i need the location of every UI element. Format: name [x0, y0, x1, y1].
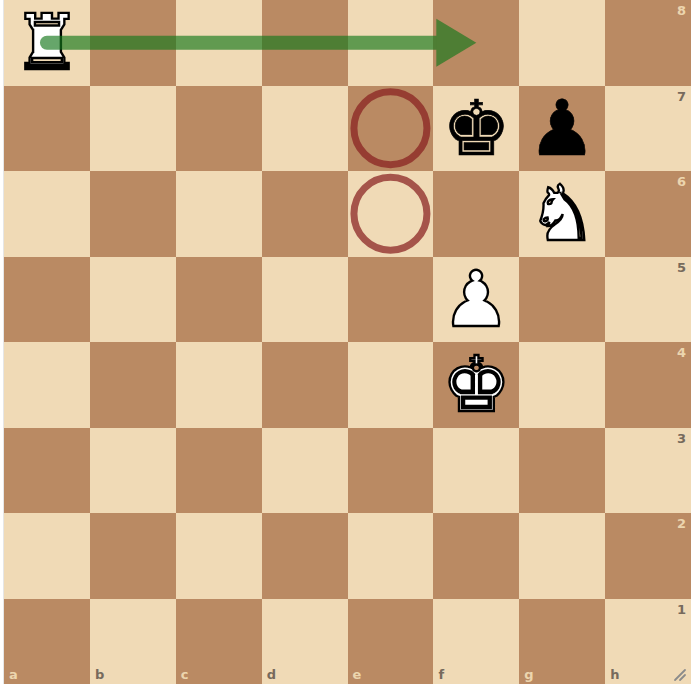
square-d3[interactable] [262, 428, 348, 514]
square-d4[interactable] [262, 342, 348, 428]
square-h5[interactable]: 5 [605, 257, 691, 343]
square-g7[interactable]: ♟ [519, 86, 605, 172]
square-a2[interactable] [4, 513, 90, 599]
square-b7[interactable] [90, 86, 176, 172]
coord-rank-6: 6 [677, 175, 686, 188]
square-c6[interactable] [176, 171, 262, 257]
square-d8[interactable] [262, 0, 348, 86]
square-g8[interactable] [519, 0, 605, 86]
piece-white-pawn[interactable]: ♟ [442, 261, 511, 338]
square-h6[interactable]: 6 [605, 171, 691, 257]
square-b8[interactable] [90, 0, 176, 86]
square-f5[interactable]: ♟ [433, 257, 519, 343]
square-a3[interactable] [4, 428, 90, 514]
piece-white-king[interactable]: ♚ [442, 346, 511, 423]
square-c5[interactable] [176, 257, 262, 343]
piece-white-knight[interactable]: ♞ [528, 175, 597, 252]
square-e4[interactable] [348, 342, 434, 428]
square-b1[interactable]: b [90, 599, 176, 685]
square-b3[interactable] [90, 428, 176, 514]
square-c4[interactable] [176, 342, 262, 428]
square-d1[interactable]: d [262, 599, 348, 685]
square-g2[interactable] [519, 513, 605, 599]
coord-rank-2: 2 [677, 517, 686, 530]
piece-black-king[interactable]: ♚ [442, 90, 511, 167]
square-h7[interactable]: 7 [605, 86, 691, 172]
square-a6[interactable] [4, 171, 90, 257]
square-b6[interactable] [90, 171, 176, 257]
coord-file-b: b [95, 668, 104, 681]
square-g6[interactable]: ♞ [519, 171, 605, 257]
coord-rank-1: 1 [677, 603, 686, 616]
square-e1[interactable]: e [348, 599, 434, 685]
coord-file-f: f [438, 668, 444, 681]
square-d6[interactable] [262, 171, 348, 257]
square-c1[interactable]: c [176, 599, 262, 685]
coord-file-h: h [610, 668, 619, 681]
square-b4[interactable] [90, 342, 176, 428]
square-d2[interactable] [262, 513, 348, 599]
square-d7[interactable] [262, 86, 348, 172]
square-g3[interactable] [519, 428, 605, 514]
square-a1[interactable]: a [4, 599, 90, 685]
square-c7[interactable] [176, 86, 262, 172]
coord-rank-3: 3 [677, 432, 686, 445]
piece-white-rook[interactable]: ♜ [12, 4, 81, 81]
chess-board: ♜8♚♟7♞6♟5♚432abcdefg1h [4, 0, 691, 684]
coord-rank-4: 4 [677, 346, 686, 359]
coord-rank-8: 8 [677, 4, 686, 17]
square-g4[interactable] [519, 342, 605, 428]
square-f6[interactable] [433, 171, 519, 257]
square-e5[interactable] [348, 257, 434, 343]
coord-file-c: c [181, 668, 189, 681]
square-h2[interactable]: 2 [605, 513, 691, 599]
square-a5[interactable] [4, 257, 90, 343]
square-a4[interactable] [4, 342, 90, 428]
coord-file-a: a [9, 668, 18, 681]
coord-rank-7: 7 [677, 90, 686, 103]
square-f2[interactable] [433, 513, 519, 599]
resize-handle-icon[interactable] [672, 666, 688, 682]
square-c8[interactable] [176, 0, 262, 86]
coord-file-d: d [267, 668, 276, 681]
square-h3[interactable]: 3 [605, 428, 691, 514]
square-h4[interactable]: 4 [605, 342, 691, 428]
square-c3[interactable] [176, 428, 262, 514]
square-f1[interactable]: f [433, 599, 519, 685]
square-f4[interactable]: ♚ [433, 342, 519, 428]
square-g1[interactable]: g [519, 599, 605, 685]
square-h8[interactable]: 8 [605, 0, 691, 86]
piece-black-pawn[interactable]: ♟ [528, 90, 597, 167]
coord-rank-5: 5 [677, 261, 686, 274]
square-c2[interactable] [176, 513, 262, 599]
square-a7[interactable] [4, 86, 90, 172]
square-e6[interactable] [348, 171, 434, 257]
square-e2[interactable] [348, 513, 434, 599]
coord-file-e: e [353, 668, 362, 681]
square-d5[interactable] [262, 257, 348, 343]
square-b2[interactable] [90, 513, 176, 599]
square-f3[interactable] [433, 428, 519, 514]
coord-file-g: g [524, 668, 533, 681]
square-e8[interactable] [348, 0, 434, 86]
square-f8[interactable] [433, 0, 519, 86]
square-a8[interactable]: ♜ [4, 0, 90, 86]
square-b5[interactable] [90, 257, 176, 343]
square-e3[interactable] [348, 428, 434, 514]
square-e7[interactable] [348, 86, 434, 172]
square-g5[interactable] [519, 257, 605, 343]
square-f7[interactable]: ♚ [433, 86, 519, 172]
